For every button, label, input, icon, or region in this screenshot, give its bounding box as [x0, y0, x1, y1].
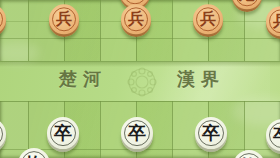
xiangqi-board[interactable]: 楚河 漢界 炮炮兵兵兵兵兵卒卒卒卒卒炮炮 — [0, 0, 280, 158]
piece-face: 炮 — [233, 150, 265, 158]
piece-character: 兵 — [121, 4, 151, 34]
piece-face: 兵 — [49, 4, 79, 34]
red-soldier[interactable]: 兵 — [266, 9, 280, 39]
river-label-han-jie: 漢界 — [177, 67, 225, 91]
piece-character: 卒 — [121, 117, 153, 149]
piece-face: 兵 — [0, 4, 6, 34]
piece-face: 卒 — [266, 119, 280, 151]
black-soldier[interactable]: 卒 — [195, 120, 227, 152]
red-soldier[interactable]: 兵 — [193, 7, 223, 37]
piece-character: 卒 — [266, 119, 280, 151]
piece-character: 炮 — [232, 0, 262, 9]
piece-character: 卒 — [47, 117, 79, 149]
piece-character: 卒 — [0, 118, 6, 150]
piece-face: 兵 — [121, 4, 151, 34]
piece-face: 炮 — [18, 148, 50, 158]
piece-face: 兵 — [266, 6, 280, 36]
black-soldier[interactable]: 卒 — [266, 122, 280, 154]
black-soldier[interactable]: 卒 — [47, 120, 79, 152]
piece-character: 炮 — [18, 148, 50, 158]
file-line — [172, 0, 173, 61]
piece-character: 兵 — [0, 4, 6, 34]
piece-character: 兵 — [193, 4, 223, 34]
piece-face: 炮 — [232, 0, 262, 9]
black-cannon[interactable]: 炮 — [18, 151, 50, 158]
file-line — [172, 101, 173, 158]
river-label-chu-he: 楚河 — [59, 67, 107, 91]
black-soldier[interactable]: 卒 — [121, 120, 153, 152]
red-soldier[interactable]: 兵 — [0, 7, 6, 37]
river-emblem-icon — [122, 62, 162, 102]
piece-face: 兵 — [193, 4, 223, 34]
piece-character: 兵 — [49, 4, 79, 34]
piece-face: 卒 — [47, 117, 79, 149]
piece-face: 卒 — [195, 117, 227, 149]
rank-line — [0, 38, 280, 39]
black-cannon[interactable]: 炮 — [233, 153, 265, 158]
red-soldier[interactable]: 兵 — [121, 7, 151, 37]
file-line — [100, 0, 101, 61]
piece-face: 卒 — [0, 118, 6, 150]
piece-character: 兵 — [266, 6, 280, 36]
black-soldier[interactable]: 卒 — [0, 121, 6, 153]
piece-face: 卒 — [121, 117, 153, 149]
file-line — [100, 101, 101, 158]
file-line — [28, 0, 29, 61]
piece-character: 卒 — [195, 117, 227, 149]
piece-character: 炮 — [233, 150, 265, 158]
red-soldier[interactable]: 兵 — [49, 7, 79, 37]
